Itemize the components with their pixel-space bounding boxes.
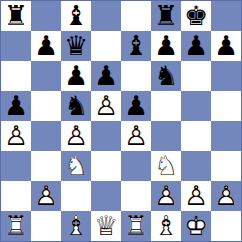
square-h6[interactable] bbox=[211, 61, 241, 91]
square-a8[interactable]: ♜ bbox=[1, 1, 31, 31]
piece-white-rook[interactable]: ♜♖ bbox=[1, 211, 31, 241]
white-piece-outline-glyph: ♖ bbox=[1, 211, 31, 241]
black-piece-glyph: ♟ bbox=[211, 31, 241, 61]
black-piece-glyph: ♝ bbox=[121, 31, 151, 61]
square-c5[interactable]: ♞ bbox=[61, 91, 91, 121]
square-c6[interactable]: ♟ bbox=[61, 61, 91, 91]
square-d5[interactable]: ♟♙ bbox=[91, 91, 121, 121]
piece-white-knight[interactable]: ♞♘ bbox=[151, 151, 181, 181]
piece-white-rook[interactable]: ♜♖ bbox=[121, 211, 151, 241]
square-a6[interactable] bbox=[1, 61, 31, 91]
piece-black-rook[interactable]: ♜ bbox=[1, 1, 31, 31]
piece-white-pawn[interactable]: ♟♙ bbox=[211, 181, 241, 211]
square-h8[interactable] bbox=[211, 1, 241, 31]
square-b6[interactable] bbox=[31, 61, 61, 91]
black-piece-glyph: ♟ bbox=[61, 61, 91, 91]
black-piece-glyph: ♝ bbox=[61, 1, 91, 31]
square-f5[interactable] bbox=[151, 91, 181, 121]
piece-black-knight[interactable]: ♞ bbox=[61, 91, 91, 121]
square-b5[interactable] bbox=[31, 91, 61, 121]
piece-white-bishop[interactable]: ♝♗ bbox=[151, 211, 181, 241]
square-b4[interactable] bbox=[31, 121, 61, 151]
square-e6[interactable] bbox=[121, 61, 151, 91]
square-a7[interactable] bbox=[1, 31, 31, 61]
black-piece-glyph: ♟ bbox=[1, 91, 31, 121]
square-a2[interactable] bbox=[1, 181, 31, 211]
square-b2[interactable]: ♟♙ bbox=[31, 181, 61, 211]
square-f3[interactable]: ♞♘ bbox=[151, 151, 181, 181]
black-piece-glyph: ♞ bbox=[151, 61, 181, 91]
square-e8[interactable] bbox=[121, 1, 151, 31]
white-piece-outline-glyph: ♙ bbox=[1, 121, 31, 151]
square-d4[interactable] bbox=[91, 121, 121, 151]
white-piece-outline-glyph: ♙ bbox=[121, 121, 151, 151]
piece-white-king[interactable]: ♚♔ bbox=[181, 211, 211, 241]
square-h7[interactable]: ♟ bbox=[211, 31, 241, 61]
piece-white-pawn[interactable]: ♟♙ bbox=[1, 121, 31, 151]
piece-black-pawn[interactable]: ♟ bbox=[121, 91, 151, 121]
piece-white-pawn[interactable]: ♟♙ bbox=[151, 181, 181, 211]
white-piece-outline-glyph: ♙ bbox=[61, 121, 91, 151]
square-e7[interactable]: ♝ bbox=[121, 31, 151, 61]
square-b7[interactable]: ♟ bbox=[31, 31, 61, 61]
piece-black-pawn[interactable]: ♟ bbox=[181, 31, 211, 61]
white-piece-outline-glyph: ♙ bbox=[31, 181, 61, 211]
black-piece-glyph: ♛ bbox=[61, 31, 91, 61]
square-g5[interactable] bbox=[181, 91, 211, 121]
square-d7[interactable] bbox=[91, 31, 121, 61]
square-h5[interactable] bbox=[211, 91, 241, 121]
piece-black-bishop[interactable]: ♝ bbox=[61, 1, 91, 31]
square-f6[interactable]: ♞ bbox=[151, 61, 181, 91]
white-piece-outline-glyph: ♘ bbox=[61, 151, 91, 181]
square-c1[interactable]: ♝♗ bbox=[61, 211, 91, 241]
square-d2[interactable] bbox=[91, 181, 121, 211]
square-b8[interactable] bbox=[31, 1, 61, 31]
white-piece-outline-glyph: ♙ bbox=[91, 91, 121, 121]
square-d6[interactable]: ♟ bbox=[91, 61, 121, 91]
piece-white-bishop[interactable]: ♝♗ bbox=[61, 211, 91, 241]
white-piece-outline-glyph: ♙ bbox=[211, 181, 241, 211]
piece-black-rook[interactable]: ♜ bbox=[151, 1, 181, 31]
piece-white-queen[interactable]: ♛♕ bbox=[91, 211, 121, 241]
square-g1[interactable]: ♚♔ bbox=[181, 211, 211, 241]
piece-white-pawn[interactable]: ♟♙ bbox=[61, 121, 91, 151]
black-piece-glyph: ♟ bbox=[181, 31, 211, 61]
square-c8[interactable]: ♝ bbox=[61, 1, 91, 31]
square-e1[interactable]: ♜♖ bbox=[121, 211, 151, 241]
square-h1[interactable] bbox=[211, 211, 241, 241]
black-piece-glyph: ♟ bbox=[91, 61, 121, 91]
white-piece-outline-glyph: ♔ bbox=[181, 211, 211, 241]
black-piece-glyph: ♜ bbox=[151, 1, 181, 31]
square-a1[interactable]: ♜♖ bbox=[1, 211, 31, 241]
piece-white-pawn[interactable]: ♟♙ bbox=[121, 121, 151, 151]
white-piece-outline-glyph: ♗ bbox=[151, 211, 181, 241]
piece-black-pawn[interactable]: ♟ bbox=[61, 61, 91, 91]
piece-black-pawn[interactable]: ♟ bbox=[31, 31, 61, 61]
square-f2[interactable]: ♟♙ bbox=[151, 181, 181, 211]
white-piece-outline-glyph: ♙ bbox=[181, 181, 211, 211]
square-a5[interactable]: ♟ bbox=[1, 91, 31, 121]
square-e5[interactable]: ♟ bbox=[121, 91, 151, 121]
square-f1[interactable]: ♝♗ bbox=[151, 211, 181, 241]
square-a4[interactable]: ♟♙ bbox=[1, 121, 31, 151]
white-piece-outline-glyph: ♙ bbox=[151, 181, 181, 211]
square-h2[interactable]: ♟♙ bbox=[211, 181, 241, 211]
piece-black-pawn[interactable]: ♟ bbox=[151, 31, 181, 61]
piece-black-bishop[interactable]: ♝ bbox=[121, 31, 151, 61]
white-piece-outline-glyph: ♘ bbox=[151, 151, 181, 181]
square-d3[interactable] bbox=[91, 151, 121, 181]
square-g8[interactable]: ♚ bbox=[181, 1, 211, 31]
square-g7[interactable]: ♟ bbox=[181, 31, 211, 61]
square-d1[interactable]: ♛♕ bbox=[91, 211, 121, 241]
square-g4[interactable] bbox=[181, 121, 211, 151]
square-c2[interactable] bbox=[61, 181, 91, 211]
black-piece-glyph: ♚ bbox=[181, 1, 211, 31]
square-h3[interactable] bbox=[211, 151, 241, 181]
white-piece-outline-glyph: ♕ bbox=[91, 211, 121, 241]
square-g6[interactable] bbox=[181, 61, 211, 91]
black-piece-glyph: ♟ bbox=[121, 91, 151, 121]
piece-black-pawn[interactable]: ♟ bbox=[1, 91, 31, 121]
black-piece-glyph: ♟ bbox=[151, 31, 181, 61]
white-piece-outline-glyph: ♗ bbox=[61, 211, 91, 241]
square-c3[interactable]: ♞♘ bbox=[61, 151, 91, 181]
white-piece-outline-glyph: ♖ bbox=[121, 211, 151, 241]
piece-black-king[interactable]: ♚ bbox=[181, 1, 211, 31]
square-c7[interactable]: ♛ bbox=[61, 31, 91, 61]
square-a3[interactable] bbox=[1, 151, 31, 181]
square-g3[interactable] bbox=[181, 151, 211, 181]
piece-black-queen[interactable]: ♛ bbox=[61, 31, 91, 61]
piece-black-pawn[interactable]: ♟ bbox=[91, 61, 121, 91]
black-piece-glyph: ♜ bbox=[1, 1, 31, 31]
black-piece-glyph: ♟ bbox=[31, 31, 61, 61]
square-f8[interactable]: ♜ bbox=[151, 1, 181, 31]
piece-white-knight[interactable]: ♞♘ bbox=[61, 151, 91, 181]
piece-white-pawn[interactable]: ♟♙ bbox=[31, 181, 61, 211]
square-h4[interactable] bbox=[211, 121, 241, 151]
square-e2[interactable] bbox=[121, 181, 151, 211]
piece-white-pawn[interactable]: ♟♙ bbox=[181, 181, 211, 211]
square-b3[interactable] bbox=[31, 151, 61, 181]
black-piece-glyph: ♞ bbox=[61, 91, 91, 121]
piece-black-pawn[interactable]: ♟ bbox=[211, 31, 241, 61]
square-e3[interactable] bbox=[121, 151, 151, 181]
square-c4[interactable]: ♟♙ bbox=[61, 121, 91, 151]
square-f4[interactable] bbox=[151, 121, 181, 151]
square-e4[interactable]: ♟♙ bbox=[121, 121, 151, 151]
square-b1[interactable] bbox=[31, 211, 61, 241]
chess-board: ♜♝♜♚♟♛♝♟♟♟♟♟♞♟♞♟♙♟♟♙♟♙♟♙♞♘♞♘♟♙♟♙♟♙♟♙♜♖♝♗… bbox=[0, 0, 242, 242]
piece-black-knight[interactable]: ♞ bbox=[151, 61, 181, 91]
square-f7[interactable]: ♟ bbox=[151, 31, 181, 61]
square-g2[interactable]: ♟♙ bbox=[181, 181, 211, 211]
piece-white-pawn[interactable]: ♟♙ bbox=[91, 91, 121, 121]
square-d8[interactable] bbox=[91, 1, 121, 31]
